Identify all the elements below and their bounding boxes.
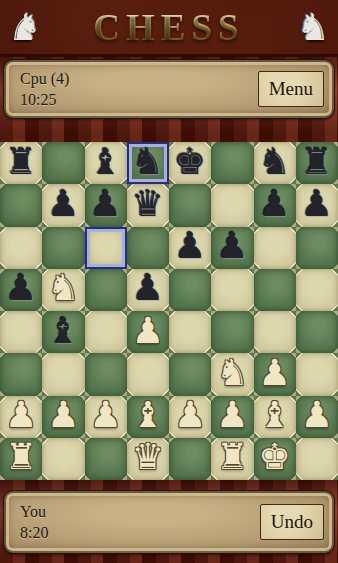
square-c1[interactable]: [85, 438, 127, 480]
square-e4[interactable]: [169, 311, 211, 353]
square-e5[interactable]: [169, 269, 211, 311]
square-e7[interactable]: [169, 184, 211, 226]
title-bar: ♞ CHESS ♞: [0, 0, 338, 57]
square-e3[interactable]: [169, 353, 211, 395]
black-knight: ♞: [258, 144, 290, 180]
square-a7[interactable]: [0, 184, 42, 226]
square-a6[interactable]: [0, 227, 42, 269]
white-pawn: ♟: [301, 397, 333, 433]
square-g8[interactable]: ♞: [254, 142, 296, 184]
square-d8[interactable]: ♞: [127, 142, 169, 184]
square-a2[interactable]: ♟: [0, 396, 42, 438]
square-d1[interactable]: ♛: [127, 438, 169, 480]
square-f1[interactable]: ♜: [211, 438, 253, 480]
player-name-label: You: [20, 504, 48, 520]
square-f3[interactable]: ♞: [211, 353, 253, 395]
white-knight: ♞: [47, 270, 79, 306]
black-pawn: ♟: [301, 186, 333, 222]
square-g3[interactable]: ♟: [254, 353, 296, 395]
knight-icon: ♞: [8, 9, 41, 46]
opponent-panel: Cpu (4) 10:25 Menu: [4, 60, 334, 118]
square-g7[interactable]: ♟: [254, 184, 296, 226]
square-g2[interactable]: ♝: [254, 396, 296, 438]
menu-button[interactable]: Menu: [258, 71, 324, 107]
square-h7[interactable]: ♟: [296, 184, 338, 226]
opponent-clock: 10:25: [20, 92, 69, 108]
square-a4[interactable]: [0, 311, 42, 353]
square-b1[interactable]: [42, 438, 84, 480]
square-c6[interactable]: [85, 227, 127, 269]
square-a8[interactable]: ♜: [0, 142, 42, 184]
white-pawn: ♟: [174, 397, 206, 433]
white-bishop: ♝: [258, 397, 290, 433]
black-bishop: ♝: [47, 313, 79, 349]
black-pawn: ♟: [47, 186, 79, 222]
white-pawn: ♟: [5, 397, 37, 433]
white-bishop: ♝: [132, 397, 164, 433]
square-f2[interactable]: ♟: [211, 396, 253, 438]
white-queen: ♛: [132, 439, 164, 475]
black-king: ♚: [174, 144, 206, 180]
square-f4[interactable]: [211, 311, 253, 353]
square-d5[interactable]: ♟: [127, 269, 169, 311]
white-pawn: ♟: [47, 397, 79, 433]
square-d6[interactable]: [127, 227, 169, 269]
square-d4[interactable]: ♟: [127, 311, 169, 353]
white-pawn: ♟: [132, 313, 164, 349]
black-bishop: ♝: [89, 144, 121, 180]
square-f5[interactable]: [211, 269, 253, 311]
square-b2[interactable]: ♟: [42, 396, 84, 438]
app-title: CHESS: [93, 6, 244, 49]
black-rook: ♜: [5, 144, 37, 180]
chess-board: ♜♝♞♚♞♜♟♟♛♟♟♟♟♟♞♟♝♟♞♟♟♟♟♝♟♟♝♟♜♛♜♚: [0, 142, 338, 480]
opponent-section: Cpu (4) 10:25 Menu: [0, 57, 338, 142]
square-h2[interactable]: ♟: [296, 396, 338, 438]
square-b8[interactable]: [42, 142, 84, 184]
square-f8[interactable]: [211, 142, 253, 184]
white-pawn: ♟: [258, 355, 290, 391]
opponent-name-label: Cpu (4): [20, 71, 69, 87]
white-rook: ♜: [216, 439, 248, 475]
square-g1[interactable]: ♚: [254, 438, 296, 480]
player-clock: 8:20: [20, 525, 48, 541]
square-d3[interactable]: [127, 353, 169, 395]
square-h5[interactable]: [296, 269, 338, 311]
chess-app: ♞ CHESS ♞ Cpu (4) 10:25 Menu ♜♝♞♚♞♜♟♟♛♟♟…: [0, 0, 338, 563]
square-e6[interactable]: ♟: [169, 227, 211, 269]
square-e2[interactable]: ♟: [169, 396, 211, 438]
black-pawn: ♟: [89, 186, 121, 222]
white-king: ♚: [258, 439, 290, 475]
square-b3[interactable]: [42, 353, 84, 395]
black-pawn: ♟: [174, 228, 206, 264]
square-c8[interactable]: ♝: [85, 142, 127, 184]
square-c3[interactable]: [85, 353, 127, 395]
square-h1[interactable]: [296, 438, 338, 480]
knight-icon: ♞: [297, 9, 330, 46]
black-pawn: ♟: [132, 270, 164, 306]
player-panel: You 8:20 Undo: [4, 491, 334, 553]
white-knight: ♞: [216, 355, 248, 391]
square-e8[interactable]: ♚: [169, 142, 211, 184]
square-a1[interactable]: ♜: [0, 438, 42, 480]
black-pawn: ♟: [258, 186, 290, 222]
white-pawn: ♟: [89, 397, 121, 433]
black-pawn: ♟: [5, 270, 37, 306]
square-c7[interactable]: ♟: [85, 184, 127, 226]
square-e1[interactable]: [169, 438, 211, 480]
square-g4[interactable]: [254, 311, 296, 353]
square-f7[interactable]: [211, 184, 253, 226]
square-c5[interactable]: [85, 269, 127, 311]
black-queen: ♛: [132, 186, 164, 222]
square-d7[interactable]: ♛: [127, 184, 169, 226]
square-b4[interactable]: ♝: [42, 311, 84, 353]
square-c2[interactable]: ♟: [85, 396, 127, 438]
square-h6[interactable]: [296, 227, 338, 269]
white-rook: ♜: [5, 439, 37, 475]
square-c4[interactable]: [85, 311, 127, 353]
undo-button[interactable]: Undo: [260, 504, 324, 540]
black-rook: ♜: [301, 144, 333, 180]
square-b6[interactable]: [42, 227, 84, 269]
player-section: You 8:20 Undo: [0, 480, 338, 563]
square-g6[interactable]: [254, 227, 296, 269]
square-h8[interactable]: ♜: [296, 142, 338, 184]
square-b5[interactable]: ♞: [42, 269, 84, 311]
square-b7[interactable]: ♟: [42, 184, 84, 226]
square-h4[interactable]: [296, 311, 338, 353]
square-f6[interactable]: ♟: [211, 227, 253, 269]
square-d2[interactable]: ♝: [127, 396, 169, 438]
white-pawn: ♟: [216, 397, 248, 433]
square-a5[interactable]: ♟: [0, 269, 42, 311]
square-h3[interactable]: [296, 353, 338, 395]
square-a3[interactable]: [0, 353, 42, 395]
black-pawn: ♟: [216, 228, 248, 264]
square-g5[interactable]: [254, 269, 296, 311]
black-knight: ♞: [132, 144, 164, 180]
